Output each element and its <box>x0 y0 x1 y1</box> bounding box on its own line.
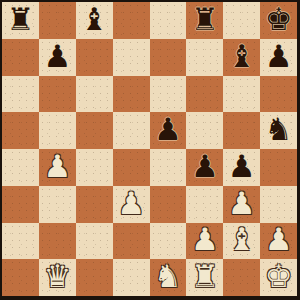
black-rook-icon: ♜ <box>7 4 35 35</box>
square-h5[interactable]: ♞ <box>260 112 297 149</box>
square-a7[interactable] <box>2 39 39 76</box>
black-rook-icon: ♜ <box>191 4 219 35</box>
square-b5[interactable] <box>39 112 76 149</box>
square-h2[interactable]: ♟ <box>260 223 297 260</box>
square-g8[interactable] <box>223 2 260 39</box>
square-h4[interactable] <box>260 149 297 186</box>
square-d6[interactable] <box>113 76 150 113</box>
square-g4[interactable]: ♟ <box>223 149 260 186</box>
square-g6[interactable] <box>223 76 260 113</box>
square-h3[interactable] <box>260 186 297 223</box>
square-d5[interactable] <box>113 112 150 149</box>
square-f5[interactable] <box>186 112 223 149</box>
white-rook-icon: ♜ <box>191 261 219 292</box>
square-e4[interactable] <box>150 149 187 186</box>
square-e6[interactable] <box>150 76 187 113</box>
square-g2[interactable]: ♝ <box>223 223 260 260</box>
black-pawn-icon: ♟ <box>265 41 293 72</box>
square-d3[interactable]: ♟ <box>113 186 150 223</box>
square-a8[interactable]: ♜ <box>2 2 39 39</box>
chess-board: ♜♝♜♚♟♝♟♟♞♟♟♟♟♟♟♝♟♛♞♜♚ <box>0 0 300 300</box>
square-a2[interactable] <box>2 223 39 260</box>
square-b7[interactable]: ♟ <box>39 39 76 76</box>
square-c8[interactable]: ♝ <box>76 2 113 39</box>
square-g7[interactable]: ♝ <box>223 39 260 76</box>
white-queen-icon: ♛ <box>43 261 71 292</box>
square-c1[interactable] <box>76 259 113 296</box>
square-c3[interactable] <box>76 186 113 223</box>
square-d2[interactable] <box>113 223 150 260</box>
square-f8[interactable]: ♜ <box>186 2 223 39</box>
square-g1[interactable] <box>223 259 260 296</box>
square-f3[interactable] <box>186 186 223 223</box>
square-e1[interactable]: ♞ <box>150 259 187 296</box>
square-e5[interactable]: ♟ <box>150 112 187 149</box>
square-c2[interactable] <box>76 223 113 260</box>
square-f1[interactable]: ♜ <box>186 259 223 296</box>
square-a1[interactable] <box>2 259 39 296</box>
square-b2[interactable] <box>39 223 76 260</box>
square-g3[interactable]: ♟ <box>223 186 260 223</box>
square-d7[interactable] <box>113 39 150 76</box>
square-c5[interactable] <box>76 112 113 149</box>
square-f6[interactable] <box>186 76 223 113</box>
square-d1[interactable] <box>113 259 150 296</box>
square-b1[interactable]: ♛ <box>39 259 76 296</box>
square-b8[interactable] <box>39 2 76 39</box>
square-f7[interactable] <box>186 39 223 76</box>
square-g5[interactable] <box>223 112 260 149</box>
white-pawn-icon: ♟ <box>228 188 256 219</box>
square-f2[interactable]: ♟ <box>186 223 223 260</box>
white-pawn-icon: ♟ <box>117 188 145 219</box>
black-pawn-icon: ♟ <box>228 151 256 182</box>
square-e3[interactable] <box>150 186 187 223</box>
black-bishop-icon: ♝ <box>228 41 256 72</box>
white-pawn-icon: ♟ <box>191 224 219 255</box>
square-a5[interactable] <box>2 112 39 149</box>
square-b4[interactable]: ♟ <box>39 149 76 186</box>
square-a3[interactable] <box>2 186 39 223</box>
square-h8[interactable]: ♚ <box>260 2 297 39</box>
square-a4[interactable] <box>2 149 39 186</box>
square-b6[interactable] <box>39 76 76 113</box>
square-d4[interactable] <box>113 149 150 186</box>
square-e2[interactable] <box>150 223 187 260</box>
square-a6[interactable] <box>2 76 39 113</box>
square-c7[interactable] <box>76 39 113 76</box>
square-d8[interactable] <box>113 2 150 39</box>
black-pawn-icon: ♟ <box>43 41 71 72</box>
black-pawn-icon: ♟ <box>154 114 182 145</box>
white-pawn-icon: ♟ <box>265 224 293 255</box>
black-pawn-icon: ♟ <box>191 151 219 182</box>
square-c4[interactable] <box>76 149 113 186</box>
square-b3[interactable] <box>39 186 76 223</box>
white-king-icon: ♚ <box>265 261 293 292</box>
white-pawn-icon: ♟ <box>43 151 71 182</box>
black-knight-icon: ♞ <box>265 114 293 145</box>
black-king-icon: ♚ <box>265 4 293 35</box>
square-h7[interactable]: ♟ <box>260 39 297 76</box>
black-bishop-icon: ♝ <box>80 4 108 35</box>
square-e7[interactable] <box>150 39 187 76</box>
square-e8[interactable] <box>150 2 187 39</box>
square-c6[interactable] <box>76 76 113 113</box>
square-f4[interactable]: ♟ <box>186 149 223 186</box>
white-bishop-icon: ♝ <box>228 224 256 255</box>
white-knight-icon: ♞ <box>154 261 182 292</box>
square-h6[interactable] <box>260 76 297 113</box>
square-h1[interactable]: ♚ <box>260 259 297 296</box>
